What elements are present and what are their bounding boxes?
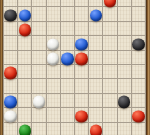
board-cell[interactable] bbox=[132, 0, 146, 7]
board-cell[interactable] bbox=[75, 0, 89, 7]
red-ball[interactable] bbox=[75, 110, 88, 123]
board-cell[interactable] bbox=[4, 108, 18, 122]
board-cell[interactable] bbox=[32, 94, 46, 108]
board-cell[interactable] bbox=[103, 22, 117, 36]
board-cell[interactable] bbox=[61, 123, 75, 135]
red-ball[interactable] bbox=[19, 24, 32, 37]
board-cell[interactable] bbox=[103, 65, 117, 79]
board bbox=[3, 0, 146, 135]
board-cell[interactable] bbox=[118, 65, 132, 79]
board-cell[interactable] bbox=[75, 22, 89, 36]
white-ball[interactable] bbox=[4, 110, 17, 123]
board-cell[interactable] bbox=[118, 123, 132, 135]
white-ball[interactable] bbox=[47, 53, 60, 66]
board-cell[interactable] bbox=[47, 0, 61, 7]
board-cell[interactable] bbox=[47, 22, 61, 36]
board-cell[interactable] bbox=[89, 65, 103, 79]
board-cell[interactable] bbox=[61, 36, 75, 50]
board-cell[interactable] bbox=[47, 7, 61, 21]
board-cell[interactable] bbox=[89, 0, 103, 7]
board-cell[interactable] bbox=[103, 36, 117, 50]
red-ball[interactable] bbox=[75, 53, 88, 66]
board-cell[interactable] bbox=[32, 51, 46, 65]
blue-ball[interactable] bbox=[90, 9, 103, 22]
board-cell[interactable] bbox=[61, 51, 75, 65]
red-ball[interactable] bbox=[104, 0, 117, 7]
board-cell[interactable] bbox=[118, 108, 132, 122]
board-cell[interactable] bbox=[32, 108, 46, 122]
board-cell[interactable] bbox=[18, 123, 32, 135]
board-cell[interactable] bbox=[75, 123, 89, 135]
board-cell[interactable] bbox=[47, 36, 61, 50]
lines-game-board-view bbox=[0, 0, 150, 135]
board-cell[interactable] bbox=[89, 51, 103, 65]
board-cell[interactable] bbox=[47, 123, 61, 135]
board-cell[interactable] bbox=[103, 79, 117, 93]
board-cell[interactable] bbox=[4, 0, 18, 7]
board-cell[interactable] bbox=[32, 36, 46, 50]
board-cell[interactable] bbox=[18, 7, 32, 21]
board-cell[interactable] bbox=[32, 7, 46, 21]
board-cell[interactable] bbox=[118, 94, 132, 108]
board-cell[interactable] bbox=[118, 79, 132, 93]
board-cell[interactable] bbox=[75, 51, 89, 65]
board-cell[interactable] bbox=[75, 94, 89, 108]
board-cell[interactable] bbox=[75, 65, 89, 79]
blue-ball[interactable] bbox=[61, 53, 74, 66]
board-cell[interactable] bbox=[75, 79, 89, 93]
board-cell[interactable] bbox=[4, 94, 18, 108]
board-cell[interactable] bbox=[61, 0, 75, 7]
red-ball[interactable] bbox=[4, 67, 17, 80]
board-frame-right bbox=[146, 0, 150, 135]
board-cell[interactable] bbox=[132, 79, 146, 93]
board-cell[interactable] bbox=[4, 36, 18, 50]
board-cell[interactable] bbox=[4, 22, 18, 36]
board-cell[interactable] bbox=[132, 65, 146, 79]
board-cell[interactable] bbox=[118, 36, 132, 50]
black-ball[interactable] bbox=[118, 96, 131, 109]
black-ball[interactable] bbox=[132, 38, 145, 51]
board-cell[interactable] bbox=[75, 7, 89, 21]
board-cell[interactable] bbox=[18, 94, 32, 108]
board-cell[interactable] bbox=[103, 0, 117, 7]
board-cell[interactable] bbox=[4, 65, 18, 79]
board-cell[interactable] bbox=[18, 51, 32, 65]
board-cell[interactable] bbox=[4, 51, 18, 65]
green-ball[interactable] bbox=[19, 125, 32, 135]
board-cell[interactable] bbox=[47, 108, 61, 122]
board-cell[interactable] bbox=[61, 94, 75, 108]
board-cell[interactable] bbox=[89, 7, 103, 21]
board-cell[interactable] bbox=[18, 22, 32, 36]
board-cell[interactable] bbox=[103, 108, 117, 122]
board-cell[interactable] bbox=[18, 0, 32, 7]
blue-ball[interactable] bbox=[75, 38, 88, 51]
board-cell[interactable] bbox=[118, 22, 132, 36]
board-cell[interactable] bbox=[103, 7, 117, 21]
board-cell[interactable] bbox=[4, 79, 18, 93]
board-cell[interactable] bbox=[18, 79, 32, 93]
board-cell[interactable] bbox=[89, 79, 103, 93]
board-cell[interactable] bbox=[89, 108, 103, 122]
board-cell[interactable] bbox=[32, 65, 46, 79]
board-cell[interactable] bbox=[4, 7, 18, 21]
board-cell[interactable] bbox=[18, 108, 32, 122]
board-cell[interactable] bbox=[32, 123, 46, 135]
board-cell[interactable] bbox=[89, 36, 103, 50]
board-cell[interactable] bbox=[61, 108, 75, 122]
black-ball[interactable] bbox=[4, 9, 17, 22]
board-cell[interactable] bbox=[132, 123, 146, 135]
board-cell[interactable] bbox=[103, 94, 117, 108]
board-cell[interactable] bbox=[132, 94, 146, 108]
board-cell[interactable] bbox=[103, 51, 117, 65]
board-cell[interactable] bbox=[32, 0, 46, 7]
board-cell[interactable] bbox=[132, 108, 146, 122]
board-cell[interactable] bbox=[61, 7, 75, 21]
board-cell[interactable] bbox=[118, 51, 132, 65]
board-cell[interactable] bbox=[132, 51, 146, 65]
board-cell[interactable] bbox=[118, 0, 132, 7]
board-cell[interactable] bbox=[89, 123, 103, 135]
board-cell[interactable] bbox=[4, 123, 18, 135]
board-cell[interactable] bbox=[132, 22, 146, 36]
board-cell[interactable] bbox=[132, 7, 146, 21]
board-cell[interactable] bbox=[18, 65, 32, 79]
board-cell[interactable] bbox=[47, 51, 61, 65]
board-cell[interactable] bbox=[18, 36, 32, 50]
white-ball[interactable] bbox=[47, 38, 60, 51]
board-cell[interactable] bbox=[61, 79, 75, 93]
board-cell[interactable] bbox=[32, 79, 46, 93]
board-grid bbox=[3, 0, 146, 135]
board-cell[interactable] bbox=[132, 36, 146, 50]
board-cell[interactable] bbox=[89, 94, 103, 108]
board-cell[interactable] bbox=[47, 65, 61, 79]
board-cell[interactable] bbox=[118, 7, 132, 21]
blue-ball[interactable] bbox=[19, 9, 32, 22]
blue-ball[interactable] bbox=[4, 96, 17, 109]
red-ball[interactable] bbox=[90, 125, 103, 135]
board-cell[interactable] bbox=[75, 36, 89, 50]
red-ball[interactable] bbox=[132, 110, 145, 123]
board-cell[interactable] bbox=[61, 22, 75, 36]
board-cell[interactable] bbox=[89, 22, 103, 36]
board-cell[interactable] bbox=[47, 94, 61, 108]
board-cell[interactable] bbox=[75, 108, 89, 122]
board-cell[interactable] bbox=[32, 22, 46, 36]
white-ball[interactable] bbox=[33, 96, 46, 109]
board-cell[interactable] bbox=[47, 79, 61, 93]
board-cell[interactable] bbox=[103, 123, 117, 135]
board-cell[interactable] bbox=[61, 65, 75, 79]
